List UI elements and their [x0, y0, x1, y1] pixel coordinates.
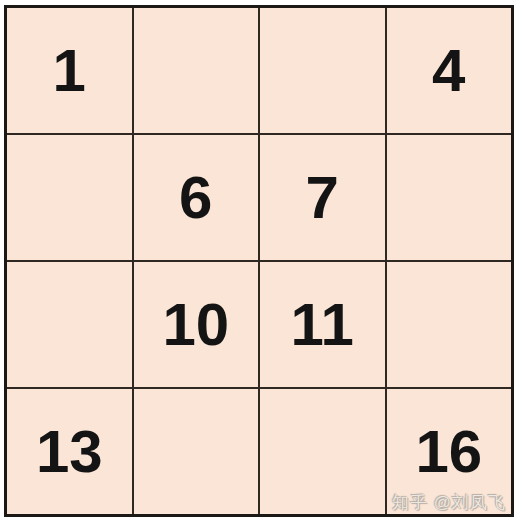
cell-r3c4 — [387, 262, 512, 387]
cell-r1c2 — [134, 8, 259, 133]
cell-r3c2: 10 — [134, 262, 259, 387]
cell-r4c1: 13 — [7, 389, 132, 514]
cell-r3c1 — [7, 262, 132, 387]
cell-r2c2: 6 — [134, 135, 259, 260]
cell-r2c4 — [387, 135, 512, 260]
cell-r4c4: 16 — [387, 389, 512, 514]
cell-r4c3 — [260, 389, 385, 514]
cell-r1c1: 1 — [7, 8, 132, 133]
cell-r4c2 — [134, 389, 259, 514]
cell-r3c3: 11 — [260, 262, 385, 387]
cell-r2c3: 7 — [260, 135, 385, 260]
puzzle-board: 146710111316 — [4, 5, 514, 517]
cell-r1c4: 4 — [387, 8, 512, 133]
cell-r1c3 — [260, 8, 385, 133]
page: 146710111316 知乎 @刘凤飞 — [0, 0, 522, 526]
cell-r2c1 — [7, 135, 132, 260]
